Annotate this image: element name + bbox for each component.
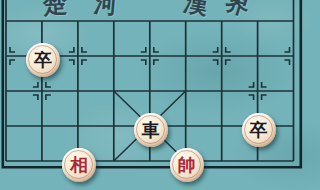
river-char-he: 河	[93, 0, 119, 18]
black-soldier-piece[interactable]: 卒	[26, 43, 60, 77]
black-chariot-piece[interactable]: 車	[134, 113, 168, 147]
piece-glyph: 車	[142, 120, 160, 138]
river-char-han: 漢	[182, 0, 210, 19]
river-char-chu: 楚	[42, 0, 68, 18]
piece-glyph: 卒	[250, 120, 268, 138]
piece-glyph: 卒	[34, 50, 52, 68]
black-soldier-piece[interactable]: 卒	[242, 113, 276, 147]
red-general-piece[interactable]: 帥	[170, 148, 204, 182]
piece-glyph: 帥	[178, 155, 196, 173]
piece-glyph: 相	[70, 155, 88, 173]
board-grid	[0, 0, 320, 190]
red-elephant-piece[interactable]: 相	[62, 148, 96, 182]
xiangqi-board: 楚 河 漢 界 卒車卒相帥	[0, 0, 320, 190]
